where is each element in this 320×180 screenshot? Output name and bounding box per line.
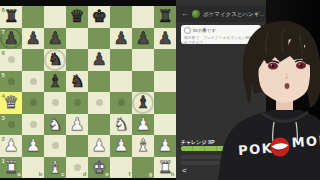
square-e8[interactable]: ♚ xyxy=(88,6,110,28)
file-label-f: f xyxy=(129,171,131,177)
white-pawn-b2[interactable]: ♟ xyxy=(25,137,40,154)
square-c7[interactable]: ♟ xyxy=(44,28,66,50)
rank-label-5: 5 xyxy=(2,72,5,78)
black-rook-h8[interactable]: ♜ xyxy=(157,8,172,25)
square-f3[interactable]: ♞ xyxy=(110,114,132,136)
white-queen-a4[interactable]: ♛ xyxy=(3,94,18,111)
rank-label-6: 6 xyxy=(2,50,5,56)
black-bishop-c5[interactable]: ♝ xyxy=(47,73,62,90)
square-a5[interactable]: 5 xyxy=(0,71,22,93)
share-icon[interactable]: < xyxy=(182,166,187,175)
shirt-text-right: MON xyxy=(291,132,320,150)
black-pawn-c7[interactable]: ♟ xyxy=(47,30,62,47)
square-h1[interactable]: ♜h xyxy=(154,157,176,179)
rank-label-2: 2 xyxy=(2,136,5,142)
rank-label-4: 4 xyxy=(2,93,5,99)
square-b2[interactable]: ♟ xyxy=(22,135,44,157)
black-pawn-g7[interactable]: ♟ xyxy=(135,30,150,47)
square-d3[interactable]: ♟ xyxy=(66,114,88,136)
square-e7[interactable] xyxy=(88,28,110,50)
square-a2[interactable]: ♟2 xyxy=(0,135,22,157)
black-knight-d5[interactable]: ♞ xyxy=(69,73,84,90)
black-pawn-b7[interactable]: ♟ xyxy=(25,30,40,47)
square-d7[interactable] xyxy=(66,28,88,50)
task-checkbox[interactable] xyxy=(184,27,191,34)
file-label-e: e xyxy=(105,171,108,177)
square-g8[interactable] xyxy=(132,6,154,28)
square-h2[interactable]: ♟ xyxy=(154,135,176,157)
legal-move-dot[interactable] xyxy=(30,99,37,106)
square-b8[interactable] xyxy=(22,6,44,28)
black-bishop-g4[interactable]: ♝ xyxy=(135,94,150,111)
square-e3[interactable] xyxy=(88,114,110,136)
square-h5[interactable] xyxy=(154,71,176,93)
file-label-b: b xyxy=(39,171,43,177)
square-c4[interactable] xyxy=(44,92,66,114)
square-h7[interactable]: ♟ xyxy=(154,28,176,50)
square-c3[interactable]: ♞ xyxy=(44,114,66,136)
square-c8[interactable] xyxy=(44,6,66,28)
square-g3[interactable]: ♟ xyxy=(132,114,154,136)
rank-label-3: 3 xyxy=(2,115,5,121)
vtuber-avatar: POKE MON xyxy=(210,0,320,180)
legal-move-dot[interactable] xyxy=(8,78,15,85)
file-label-g: g xyxy=(149,171,153,177)
square-d8[interactable]: ♛ xyxy=(66,6,88,28)
white-knight-c3[interactable]: ♞ xyxy=(47,116,62,133)
legal-move-dot[interactable] xyxy=(30,121,37,128)
square-e6[interactable]: ♟ xyxy=(88,49,110,71)
legal-move-dot[interactable] xyxy=(118,99,125,106)
square-b1[interactable]: b xyxy=(22,157,44,179)
square-a3[interactable]: 3 xyxy=(0,114,22,136)
white-pawn-g3[interactable]: ♟ xyxy=(135,116,150,133)
file-label-d: d xyxy=(83,171,87,177)
legal-move-dot[interactable] xyxy=(74,164,81,171)
square-e1[interactable]: ♚e xyxy=(88,157,110,179)
square-e2[interactable]: ♟ xyxy=(88,135,110,157)
square-b3[interactable] xyxy=(22,114,44,136)
square-f8[interactable] xyxy=(110,6,132,28)
letterbox-bottom xyxy=(0,178,176,180)
square-g6[interactable] xyxy=(132,49,154,71)
square-d2[interactable] xyxy=(66,135,88,157)
white-knight-f3[interactable]: ♞ xyxy=(113,116,128,133)
chess-board[interactable]: ♜8♛♚♜♟7♟♟♟♟♟6♞♟5♝♞♛4♝3♞♟♞♟♟2♟♟♟♝♟♜1ab♝cd… xyxy=(0,6,176,178)
square-c6[interactable]: ♞ xyxy=(44,49,66,71)
square-b5[interactable] xyxy=(22,71,44,93)
square-e4[interactable] xyxy=(88,92,110,114)
white-pawn-e2[interactable]: ♟ xyxy=(91,137,106,154)
lesson-icon xyxy=(192,10,200,18)
stream-frame: ♜8♛♚♜♟7♟♟♟♟♟6♞♟5♝♞♛4♝3♞♟♞♟♟2♟♟♟♝♟♜1ab♝cd… xyxy=(0,0,320,180)
rank-label-7: 7 xyxy=(2,29,5,35)
square-f2[interactable]: ♟ xyxy=(110,135,132,157)
square-b7[interactable]: ♟ xyxy=(22,28,44,50)
white-pawn-a2[interactable]: ♟ xyxy=(3,137,18,154)
black-pawn-h7[interactable]: ♟ xyxy=(157,30,172,47)
square-a8[interactable]: ♜8 xyxy=(0,6,22,28)
square-g2[interactable]: ♝ xyxy=(132,135,154,157)
file-label-a: a xyxy=(17,171,20,177)
legal-move-dot[interactable] xyxy=(8,56,15,63)
square-b4[interactable] xyxy=(22,92,44,114)
square-f4[interactable] xyxy=(110,92,132,114)
legal-move-dot[interactable] xyxy=(8,121,15,128)
square-d5[interactable]: ♞ xyxy=(66,71,88,93)
legal-move-dot[interactable] xyxy=(74,99,81,106)
black-pawn-e6[interactable]: ♟ xyxy=(91,51,106,68)
white-pawn-d3[interactable]: ♟ xyxy=(69,116,84,133)
legal-move-dot[interactable] xyxy=(52,99,59,106)
square-a6[interactable]: 6 xyxy=(0,49,22,71)
square-c2[interactable] xyxy=(44,135,66,157)
black-rook-a8[interactable]: ♜ xyxy=(3,8,18,25)
white-pawn-h2[interactable]: ♟ xyxy=(157,137,172,154)
square-d1[interactable]: d xyxy=(66,157,88,179)
file-label-c: c xyxy=(61,171,64,177)
square-d4[interactable] xyxy=(66,92,88,114)
square-h3[interactable] xyxy=(154,114,176,136)
legal-move-dot[interactable] xyxy=(52,142,59,149)
square-f5[interactable] xyxy=(110,71,132,93)
square-f7[interactable]: ♟ xyxy=(110,28,132,50)
rank-label-8: 8 xyxy=(2,7,5,13)
black-knight-c6[interactable]: ♞ xyxy=(47,51,62,68)
square-a1[interactable]: ♜1a xyxy=(0,157,22,179)
square-h4[interactable] xyxy=(154,92,176,114)
square-g5[interactable] xyxy=(132,71,154,93)
square-f6[interactable] xyxy=(110,49,132,71)
square-g7[interactable]: ♟ xyxy=(132,28,154,50)
rank-label-1: 1 xyxy=(2,158,5,164)
square-h6[interactable] xyxy=(154,49,176,71)
square-a7[interactable]: ♟7 xyxy=(0,28,22,50)
legal-move-dot[interactable] xyxy=(30,78,37,85)
square-d6[interactable] xyxy=(66,49,88,71)
square-g4[interactable]: ♝ xyxy=(132,92,154,114)
white-bishop-g2[interactable]: ♝ xyxy=(135,137,150,154)
square-g1[interactable]: g xyxy=(132,157,154,179)
black-pawn-a7[interactable]: ♟ xyxy=(3,30,18,47)
legal-move-dot[interactable] xyxy=(96,99,103,106)
square-c1[interactable]: ♝c xyxy=(44,157,66,179)
file-label-h: h xyxy=(171,171,175,177)
square-b6[interactable] xyxy=(22,49,44,71)
white-pawn-f2[interactable]: ♟ xyxy=(113,137,128,154)
square-e5[interactable] xyxy=(88,71,110,93)
square-h8[interactable]: ♜ xyxy=(154,6,176,28)
back-icon[interactable]: ← xyxy=(181,10,189,18)
square-a4[interactable]: ♛4 xyxy=(0,92,22,114)
black-queen-d8[interactable]: ♛ xyxy=(69,8,84,25)
square-c5[interactable]: ♝ xyxy=(44,71,66,93)
black-king-e8[interactable]: ♚ xyxy=(91,8,106,25)
black-pawn-f7[interactable]: ♟ xyxy=(113,30,128,47)
mouth xyxy=(285,83,290,89)
square-f1[interactable]: f xyxy=(110,157,132,179)
